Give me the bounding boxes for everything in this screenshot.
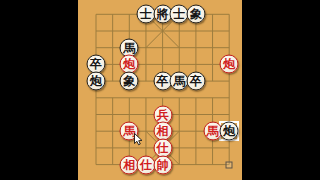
red-general-piece[interactable]: 帥	[153, 155, 172, 174]
last-move-origin-marker	[226, 161, 233, 168]
xiangqi-board[interactable]: 士將士象馬卒炮炮炮象卒馬卒兵馬相馬炮仕相仕帥	[78, 0, 242, 180]
black-cannon-piece[interactable]: 炮	[87, 72, 106, 91]
letterbox-left	[0, 0, 78, 180]
black-cannon-piece[interactable]: 炮	[220, 122, 239, 141]
mouse-cursor-icon	[134, 133, 144, 146]
black-elephant-piece[interactable]: 象	[120, 72, 139, 91]
red-cannon-piece[interactable]: 炮	[220, 55, 239, 74]
screenshot-frame: 士將士象馬卒炮炮炮象卒馬卒兵馬相馬炮仕相仕帥	[0, 0, 320, 180]
black-soldier-piece[interactable]: 卒	[186, 72, 205, 91]
black-elephant-piece[interactable]: 象	[186, 5, 205, 24]
letterbox-right	[242, 0, 320, 180]
